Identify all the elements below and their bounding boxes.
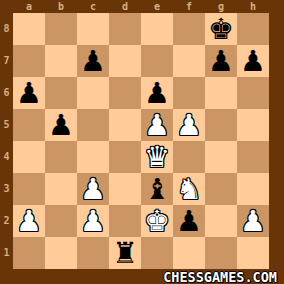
square-b4[interactable] — [45, 141, 77, 173]
square-a7[interactable] — [13, 45, 45, 77]
square-c5[interactable] — [77, 109, 109, 141]
square-d5[interactable] — [109, 109, 141, 141]
square-e4[interactable]: ♛ — [141, 141, 173, 173]
square-b5[interactable]: ♟ — [45, 109, 77, 141]
square-h6[interactable] — [237, 77, 269, 109]
square-g6[interactable] — [205, 77, 237, 109]
square-e1[interactable] — [141, 237, 173, 269]
black-pawn[interactable]: ♟ — [48, 109, 74, 141]
square-e8[interactable] — [141, 13, 173, 45]
square-d1[interactable]: ♜ — [109, 237, 141, 269]
square-g3[interactable] — [205, 173, 237, 205]
square-f2[interactable]: ♟ — [173, 205, 205, 237]
square-d4[interactable] — [109, 141, 141, 173]
file-label-f: f — [173, 0, 205, 13]
square-d6[interactable] — [109, 77, 141, 109]
black-pawn[interactable]: ♟ — [176, 205, 202, 237]
square-b7[interactable] — [45, 45, 77, 77]
square-c2[interactable]: ♟ — [77, 205, 109, 237]
file-label-g: g — [205, 0, 237, 13]
square-g4[interactable] — [205, 141, 237, 173]
file-label-c: c — [77, 0, 109, 13]
square-h8[interactable] — [237, 13, 269, 45]
square-h5[interactable] — [237, 109, 269, 141]
square-h7[interactable]: ♟ — [237, 45, 269, 77]
square-f6[interactable] — [173, 77, 205, 109]
square-e3[interactable]: ♝ — [141, 173, 173, 205]
square-a5[interactable] — [13, 109, 45, 141]
file-label-d: d — [109, 0, 141, 13]
square-d8[interactable] — [109, 13, 141, 45]
square-a2[interactable]: ♟ — [13, 205, 45, 237]
square-a4[interactable] — [13, 141, 45, 173]
white-knight[interactable]: ♞ — [176, 173, 202, 205]
rank-label-6: 6 — [0, 77, 13, 109]
black-king[interactable]: ♚ — [208, 13, 234, 45]
square-h2[interactable]: ♟ — [237, 205, 269, 237]
square-f1[interactable] — [173, 237, 205, 269]
square-b2[interactable] — [45, 205, 77, 237]
square-f3[interactable]: ♞ — [173, 173, 205, 205]
black-pawn[interactable]: ♟ — [16, 77, 42, 109]
board-frame: ♚♟♟♟♟♟♟♟♟♛♟♝♞♟♟♚♟♟♜ abcdefgh87654321 CHE… — [0, 0, 284, 284]
square-c1[interactable] — [77, 237, 109, 269]
square-c4[interactable] — [77, 141, 109, 173]
square-a6[interactable]: ♟ — [13, 77, 45, 109]
rank-label-3: 3 — [0, 173, 13, 205]
square-h3[interactable] — [237, 173, 269, 205]
square-g1[interactable] — [205, 237, 237, 269]
file-label-h: h — [237, 0, 269, 13]
square-d7[interactable] — [109, 45, 141, 77]
square-a1[interactable] — [13, 237, 45, 269]
white-pawn[interactable]: ♟ — [80, 205, 106, 237]
white-pawn[interactable]: ♟ — [240, 205, 266, 237]
square-f7[interactable] — [173, 45, 205, 77]
square-h4[interactable] — [237, 141, 269, 173]
square-c6[interactable] — [77, 77, 109, 109]
square-b6[interactable] — [45, 77, 77, 109]
black-bishop[interactable]: ♝ — [144, 173, 170, 205]
black-rook[interactable]: ♜ — [112, 237, 138, 269]
square-b1[interactable] — [45, 237, 77, 269]
rank-label-4: 4 — [0, 141, 13, 173]
square-f8[interactable] — [173, 13, 205, 45]
white-pawn[interactable]: ♟ — [176, 109, 202, 141]
file-label-e: e — [141, 0, 173, 13]
rank-label-2: 2 — [0, 205, 13, 237]
square-e6[interactable]: ♟ — [141, 77, 173, 109]
white-pawn[interactable]: ♟ — [80, 173, 106, 205]
file-label-a: a — [13, 0, 45, 13]
watermark: CHESSGAMES.COM — [163, 270, 277, 284]
square-b8[interactable] — [45, 13, 77, 45]
square-a3[interactable] — [13, 173, 45, 205]
square-e2[interactable]: ♚ — [141, 205, 173, 237]
square-e7[interactable] — [141, 45, 173, 77]
square-d2[interactable] — [109, 205, 141, 237]
rank-label-8: 8 — [0, 13, 13, 45]
white-king[interactable]: ♚ — [144, 205, 170, 237]
square-g7[interactable]: ♟ — [205, 45, 237, 77]
square-h1[interactable] — [237, 237, 269, 269]
square-f5[interactable]: ♟ — [173, 109, 205, 141]
black-pawn[interactable]: ♟ — [144, 77, 170, 109]
black-pawn[interactable]: ♟ — [240, 45, 266, 77]
square-a8[interactable] — [13, 13, 45, 45]
square-d3[interactable] — [109, 173, 141, 205]
white-queen[interactable]: ♛ — [144, 141, 170, 173]
white-pawn[interactable]: ♟ — [144, 109, 170, 141]
square-g2[interactable] — [205, 205, 237, 237]
square-g5[interactable] — [205, 109, 237, 141]
board: ♚♟♟♟♟♟♟♟♟♛♟♝♞♟♟♚♟♟♜ — [13, 13, 269, 269]
rank-label-1: 1 — [0, 237, 13, 269]
square-b3[interactable] — [45, 173, 77, 205]
square-e5[interactable]: ♟ — [141, 109, 173, 141]
square-f4[interactable] — [173, 141, 205, 173]
square-g8[interactable]: ♚ — [205, 13, 237, 45]
rank-label-5: 5 — [0, 109, 13, 141]
rank-label-7: 7 — [0, 45, 13, 77]
square-c8[interactable] — [77, 13, 109, 45]
black-pawn[interactable]: ♟ — [208, 45, 234, 77]
black-pawn[interactable]: ♟ — [80, 45, 106, 77]
square-c3[interactable]: ♟ — [77, 173, 109, 205]
white-pawn[interactable]: ♟ — [16, 205, 42, 237]
square-c7[interactable]: ♟ — [77, 45, 109, 77]
file-label-b: b — [45, 0, 77, 13]
